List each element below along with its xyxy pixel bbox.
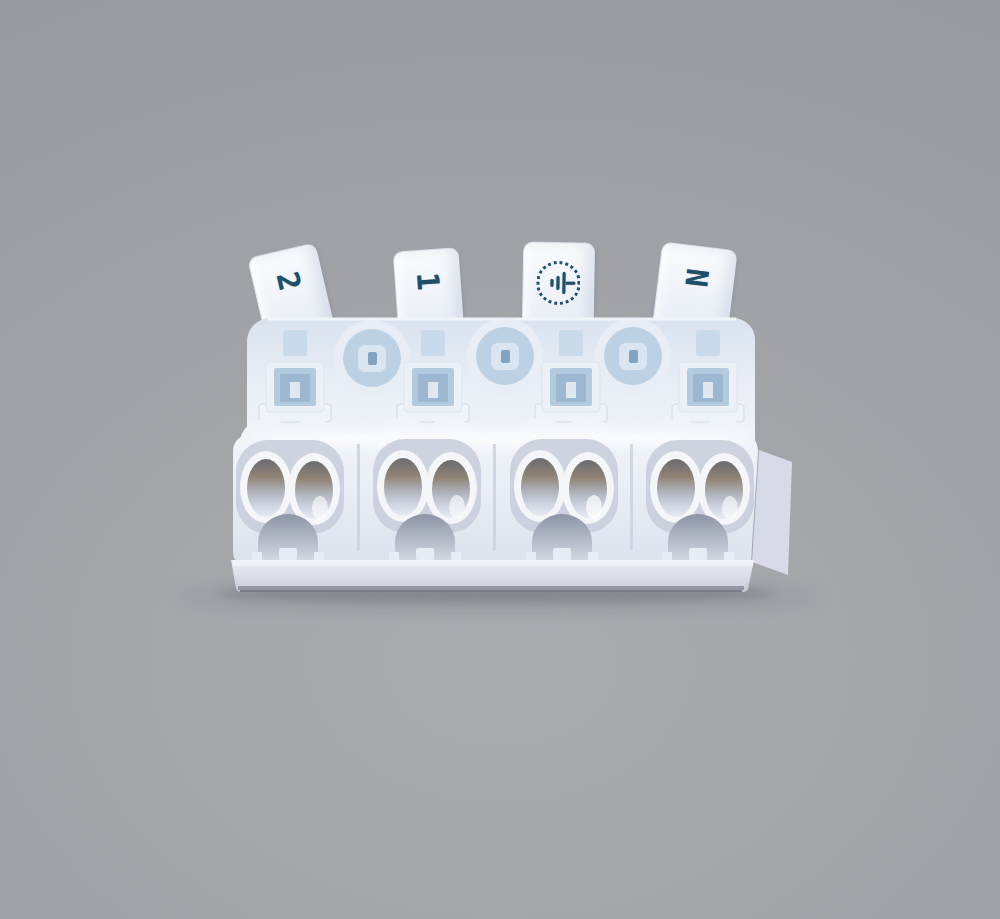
marking-tab-earth bbox=[521, 241, 595, 368]
connector-body bbox=[0, 0, 1000, 919]
release-slot bbox=[526, 514, 598, 560]
tab-label: 2 bbox=[266, 245, 311, 318]
shoulder-bumps bbox=[240, 418, 750, 465]
release-slot bbox=[662, 514, 734, 560]
release-slot bbox=[389, 514, 461, 560]
earth-bar-long bbox=[562, 272, 565, 294]
release-slot bbox=[252, 514, 324, 560]
front-face bbox=[233, 418, 792, 575]
earth-bar-short bbox=[550, 279, 553, 287]
earth-stem bbox=[565, 282, 575, 285]
gloss-highlight bbox=[250, 429, 750, 447]
tab-label: N bbox=[677, 239, 716, 316]
wire-entry-pocket bbox=[646, 440, 754, 534]
test-holes bbox=[334, 318, 671, 396]
wire-entry-pocket bbox=[373, 439, 481, 533]
wire-entry-pocket bbox=[236, 440, 344, 534]
photo-background: 2 1 N bbox=[0, 0, 1000, 919]
marking-tab-n: N bbox=[647, 241, 738, 373]
wire-entry-pocket bbox=[510, 439, 618, 533]
earth-bar-medium bbox=[556, 276, 559, 290]
push-button-sockets bbox=[259, 362, 744, 422]
marking-tab-2: 2 bbox=[247, 242, 343, 379]
protective-earth-icon bbox=[536, 261, 581, 306]
wire-entry-pockets bbox=[236, 439, 754, 534]
right-side-face bbox=[752, 450, 792, 575]
pole-grooves bbox=[357, 444, 633, 550]
ground-shadow bbox=[178, 580, 818, 614]
tab-label: 1 bbox=[411, 248, 445, 314]
release-slots bbox=[252, 514, 734, 560]
push-button-socket bbox=[535, 362, 607, 422]
marking-tab-1: 1 bbox=[393, 247, 467, 373]
base-flange bbox=[231, 560, 754, 592]
